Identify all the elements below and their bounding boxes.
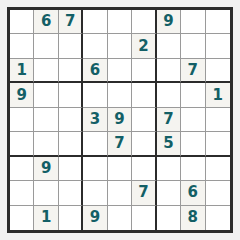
cell-r3c7[interactable]: [157, 59, 181, 83]
cell-r9c7[interactable]: [157, 206, 181, 230]
cell-r9c1[interactable]: [10, 206, 34, 230]
cell-r1c6[interactable]: [132, 10, 156, 34]
cell-r2c9[interactable]: [206, 34, 230, 58]
cell-r8c5[interactable]: [108, 181, 132, 205]
cell-r5c5[interactable]: 9: [108, 108, 132, 132]
cell-r2c3[interactable]: [59, 34, 83, 58]
cell-r3c5[interactable]: [108, 59, 132, 83]
cell-r7c8[interactable]: [181, 157, 205, 181]
cell-r6c7[interactable]: 5: [157, 132, 181, 156]
cell-r1c2[interactable]: 6: [34, 10, 58, 34]
cell-r3c8[interactable]: 7: [181, 59, 205, 83]
cell-r6c8[interactable]: [181, 132, 205, 156]
cell-r8c9[interactable]: [206, 181, 230, 205]
cell-r1c3[interactable]: 7: [59, 10, 83, 34]
cell-r5c6[interactable]: [132, 108, 156, 132]
cell-r5c7[interactable]: 7: [157, 108, 181, 132]
sudoku-board: 67921679139775976198: [7, 7, 233, 233]
cell-r7c6[interactable]: [132, 157, 156, 181]
cell-r5c1[interactable]: [10, 108, 34, 132]
cell-r8c7[interactable]: [157, 181, 181, 205]
cell-r1c1[interactable]: [10, 10, 34, 34]
cell-r1c4[interactable]: [83, 10, 107, 34]
cell-r8c1[interactable]: [10, 181, 34, 205]
cell-r5c3[interactable]: [59, 108, 83, 132]
cell-r9c6[interactable]: [132, 206, 156, 230]
cell-r3c6[interactable]: [132, 59, 156, 83]
cell-r1c5[interactable]: [108, 10, 132, 34]
cell-r6c6[interactable]: [132, 132, 156, 156]
cell-r9c9[interactable]: [206, 206, 230, 230]
cell-r8c2[interactable]: [34, 181, 58, 205]
cell-r4c1[interactable]: 9: [10, 83, 34, 107]
cell-r6c3[interactable]: [59, 132, 83, 156]
cell-r9c2[interactable]: 1: [34, 206, 58, 230]
cell-r9c8[interactable]: 8: [181, 206, 205, 230]
cell-r8c6[interactable]: 7: [132, 181, 156, 205]
cell-r8c3[interactable]: [59, 181, 83, 205]
cell-r7c2[interactable]: 9: [34, 157, 58, 181]
cell-r1c8[interactable]: [181, 10, 205, 34]
cell-r1c7[interactable]: 9: [157, 10, 181, 34]
cell-r2c8[interactable]: [181, 34, 205, 58]
cell-r9c5[interactable]: [108, 206, 132, 230]
cell-r6c5[interactable]: 7: [108, 132, 132, 156]
cell-r6c4[interactable]: [83, 132, 107, 156]
cell-r2c2[interactable]: [34, 34, 58, 58]
cell-r5c4[interactable]: 3: [83, 108, 107, 132]
cell-r4c8[interactable]: [181, 83, 205, 107]
cell-r4c4[interactable]: [83, 83, 107, 107]
cell-r2c1[interactable]: [10, 34, 34, 58]
cell-r8c4[interactable]: [83, 181, 107, 205]
cell-r7c1[interactable]: [10, 157, 34, 181]
cell-r4c9[interactable]: 1: [206, 83, 230, 107]
cell-r7c3[interactable]: [59, 157, 83, 181]
cell-r6c2[interactable]: [34, 132, 58, 156]
cell-r5c2[interactable]: [34, 108, 58, 132]
cell-r4c6[interactable]: [132, 83, 156, 107]
cell-r7c4[interactable]: [83, 157, 107, 181]
cell-r2c5[interactable]: [108, 34, 132, 58]
cell-r8c8[interactable]: 6: [181, 181, 205, 205]
cell-r2c7[interactable]: [157, 34, 181, 58]
cell-r4c2[interactable]: [34, 83, 58, 107]
cell-r2c4[interactable]: [83, 34, 107, 58]
cell-r3c4[interactable]: 6: [83, 59, 107, 83]
cell-r7c7[interactable]: [157, 157, 181, 181]
cell-r5c8[interactable]: [181, 108, 205, 132]
cell-r3c3[interactable]: [59, 59, 83, 83]
cell-r3c1[interactable]: 1: [10, 59, 34, 83]
cell-r4c3[interactable]: [59, 83, 83, 107]
cell-r7c9[interactable]: [206, 157, 230, 181]
cell-r6c1[interactable]: [10, 132, 34, 156]
cell-r9c3[interactable]: [59, 206, 83, 230]
cell-r7c5[interactable]: [108, 157, 132, 181]
cell-r2c6[interactable]: 2: [132, 34, 156, 58]
cell-r3c2[interactable]: [34, 59, 58, 83]
cell-r4c7[interactable]: [157, 83, 181, 107]
cell-r4c5[interactable]: [108, 83, 132, 107]
cell-r3c9[interactable]: [206, 59, 230, 83]
cell-r6c9[interactable]: [206, 132, 230, 156]
cell-r9c4[interactable]: 9: [83, 206, 107, 230]
cell-r1c9[interactable]: [206, 10, 230, 34]
cell-r5c9[interactable]: [206, 108, 230, 132]
